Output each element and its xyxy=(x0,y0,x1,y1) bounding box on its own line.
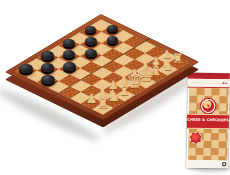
queen-icon: ♛ xyxy=(206,104,210,108)
box-title: CHESS & CHECKERS xyxy=(187,117,229,122)
age-badge: 4+ xyxy=(222,81,227,85)
box-brand-text: —————————— xyxy=(190,81,223,86)
starburst-text: — xyxy=(194,137,196,139)
fine-print-line-2: —— ————— —— xyxy=(188,164,209,167)
maker-logo-icon xyxy=(222,162,227,167)
box-artwork: ♛ CHESS & CHECKERS — ——— ———— ——— — — xyxy=(188,88,228,161)
box-title-band: CHESS & CHECKERS — ——— ———— ——— — xyxy=(187,114,229,130)
product-photo-scene: —————————— 4+ ♛ CHESS & CHECKERS — ——— —… xyxy=(0,0,230,175)
starburst-badge: — xyxy=(188,131,203,146)
seal-badge: ♛ xyxy=(201,99,215,113)
box-fine-print: ——— ———— ——— —— ————— —— xyxy=(188,161,209,167)
box-bottom-strip: ——— ———— ——— —— ————— —— xyxy=(186,160,228,169)
retail-box: —————————— 4+ ♛ CHESS & CHECKERS — ——— —… xyxy=(186,73,230,169)
box-subtitle: — ——— ———— ——— — xyxy=(187,122,229,125)
